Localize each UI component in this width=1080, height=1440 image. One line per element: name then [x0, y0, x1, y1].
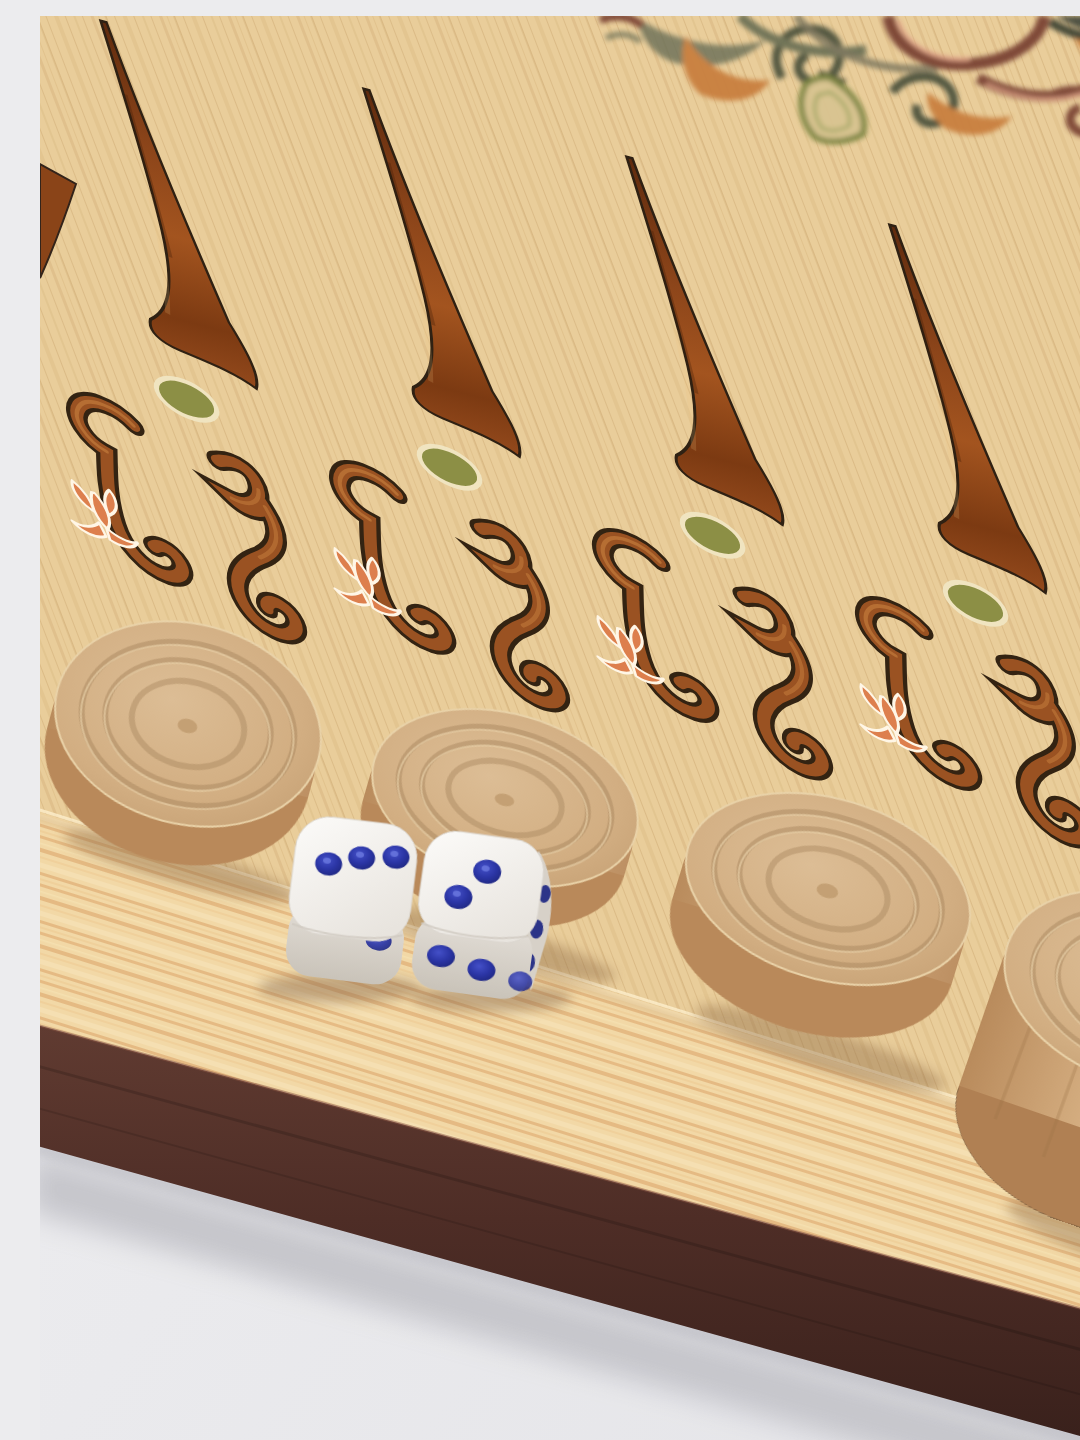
backgammon-photo: Wooden backgammon board close-up with tw…: [40, 16, 1080, 1440]
die-showing-3[interactable]: [280, 813, 421, 988]
board-scene: Wooden backgammon board close-up with tw…: [40, 16, 1080, 1440]
